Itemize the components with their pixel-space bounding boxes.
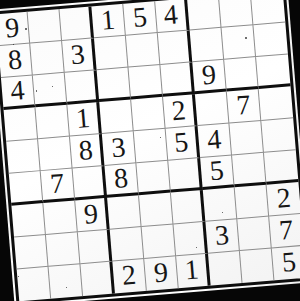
cell-r3c8 (224, 57, 259, 92)
cell-r4c7 (195, 92, 230, 127)
cell-r3c7: 9 (192, 60, 227, 95)
cell-r9c7 (208, 251, 243, 286)
cell-r4c4 (99, 99, 134, 134)
scanned-sudoku-page: 91548349127835478592372915 (0, 0, 300, 301)
given-digit: 9 (201, 60, 217, 89)
cell-r6c9 (264, 150, 299, 185)
given-digit: 1 (100, 5, 116, 34)
cell-r7c6 (171, 190, 206, 225)
cell-r9c6: 1 (176, 254, 211, 289)
cell-r4c8: 7 (227, 89, 262, 124)
cell-r3c2 (33, 73, 68, 108)
cell-r8c7: 3 (205, 219, 240, 254)
given-digit: 5 (209, 156, 225, 185)
cell-r9c9: 5 (272, 246, 300, 281)
cell-r7c1 (11, 203, 46, 238)
cell-r1c5: 5 (123, 1, 158, 36)
cell-r6c2: 7 (41, 169, 76, 204)
scan-speckle (196, 247, 197, 248)
cell-r2c9 (253, 23, 288, 58)
cell-r5c8 (229, 121, 264, 156)
cell-r5c1 (6, 139, 41, 174)
cell-r9c5: 9 (144, 256, 179, 291)
cell-r5c3: 8 (70, 134, 105, 169)
given-digit: 7 (49, 169, 65, 198)
cell-r9c1 (17, 267, 52, 301)
given-digit: 9 (83, 199, 99, 228)
cell-r4c5 (131, 97, 166, 132)
cell-r1c8 (219, 0, 254, 28)
given-digit: 8 (7, 45, 23, 74)
given-digit: 3 (214, 220, 230, 249)
cell-r7c7 (203, 187, 238, 222)
given-digit: 8 (77, 135, 93, 164)
cell-r5c9 (261, 118, 296, 153)
given-digit: 7 (278, 215, 294, 244)
cell-r5c7: 4 (198, 123, 233, 158)
scan-speckle (160, 137, 161, 138)
cell-r6c5 (136, 161, 171, 196)
cell-r8c8 (237, 217, 272, 252)
cell-r6c1 (9, 171, 44, 206)
cell-r5c4: 3 (102, 131, 137, 166)
given-digit: 5 (281, 248, 297, 277)
scan-speckle (52, 86, 53, 87)
cell-r2c4 (94, 36, 129, 71)
cell-r4c1 (4, 107, 39, 142)
given-digit: 9 (4, 13, 20, 42)
cell-r6c8 (232, 153, 267, 188)
cell-r6c3 (73, 166, 108, 201)
cell-r7c8 (235, 185, 270, 220)
cell-r2c6 (158, 30, 193, 65)
cell-r3c6 (160, 62, 195, 97)
cell-r1c2 (28, 9, 63, 44)
sudoku-grid: 91548349127835478592372915 (0, 0, 300, 301)
scan-speckle (222, 212, 223, 213)
cell-r8c5 (142, 224, 177, 259)
scan-speckle (18, 276, 19, 277)
cell-r3c4 (97, 68, 132, 103)
scan-speckle (13, 44, 14, 45)
given-digit: 3 (70, 40, 86, 69)
cell-r9c8 (240, 248, 275, 283)
cell-r8c4 (110, 227, 145, 262)
cell-r4c2 (35, 105, 70, 140)
cell-r3c3 (65, 70, 100, 105)
cell-r9c2 (49, 264, 84, 299)
cell-r7c9: 2 (267, 182, 300, 217)
cell-r2c5 (126, 33, 161, 68)
scan-speckle (77, 101, 78, 102)
given-digit: 2 (276, 183, 292, 212)
scan-speckle (25, 28, 27, 30)
cell-r1c7 (187, 0, 222, 30)
given-digit: 1 (75, 103, 91, 132)
scan-speckle (245, 37, 247, 39)
cell-r3c1: 4 (1, 75, 36, 110)
cell-r5c5 (134, 129, 169, 164)
cell-r6c4: 8 (104, 163, 139, 198)
scan-speckle (36, 90, 37, 92)
given-digit: 5 (173, 127, 189, 156)
cell-r5c2 (38, 137, 73, 172)
given-digit: 1 (184, 256, 200, 285)
cell-r2c7 (190, 28, 225, 63)
cell-r6c6 (168, 158, 203, 193)
given-digit: 3 (110, 133, 126, 162)
cell-r3c5 (128, 65, 163, 100)
given-digit: 4 (163, 0, 179, 29)
cell-r5c6: 5 (166, 126, 201, 161)
cell-r7c3: 9 (75, 198, 110, 233)
given-digit: 2 (171, 96, 187, 125)
given-digit: 8 (113, 164, 129, 193)
sudoku-board: 91548349127835478592372915 (0, 0, 300, 301)
cell-r8c9: 7 (269, 214, 300, 249)
cell-r6c7: 5 (200, 155, 235, 190)
cell-r8c2 (46, 232, 81, 267)
cell-r4c9 (259, 86, 294, 121)
scan-speckle (66, 287, 67, 288)
cell-r1c9 (251, 0, 286, 25)
given-digit: 9 (153, 258, 169, 287)
cell-r9c3 (80, 262, 115, 297)
cell-r7c4 (107, 195, 142, 230)
cell-r8c3 (78, 230, 113, 265)
cell-r1c6: 4 (155, 0, 190, 33)
given-digit: 4 (9, 76, 25, 105)
given-digit: 2 (121, 261, 137, 290)
cell-r4c3: 1 (67, 102, 102, 137)
cell-r4c6: 2 (163, 94, 198, 129)
cell-r8c6 (174, 222, 209, 257)
cell-r2c1: 8 (0, 44, 33, 79)
cell-r2c8 (222, 25, 257, 60)
cell-r1c4: 1 (91, 4, 126, 39)
given-digit: 4 (206, 125, 222, 154)
cell-r1c3 (59, 6, 94, 41)
cell-r9c4: 2 (112, 259, 147, 294)
cell-r7c2 (43, 200, 78, 235)
cell-r7c5 (139, 193, 174, 228)
cell-r3c9 (256, 54, 291, 89)
cell-r2c3: 3 (62, 38, 97, 73)
cell-r2c2 (30, 41, 65, 76)
given-digit: 5 (132, 2, 148, 31)
cell-r8c1 (14, 235, 49, 270)
given-digit: 7 (235, 90, 251, 119)
